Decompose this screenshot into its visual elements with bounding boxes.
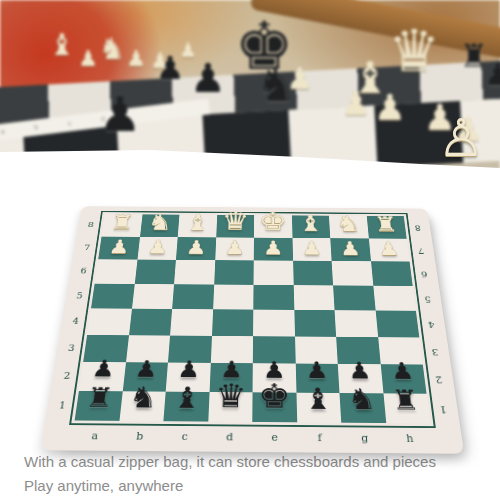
rank-label-4: 4 xyxy=(416,311,447,337)
file-label-d: d xyxy=(207,422,253,452)
piece-white-bishop-f8: ♝ xyxy=(291,209,330,234)
rank-label-6: 6 xyxy=(69,259,99,283)
file-label-a: a xyxy=(70,420,119,450)
piece-black-rook-a1: ♜ xyxy=(76,378,124,412)
rank-label-7: 7 xyxy=(73,236,102,259)
piece-black-king-e1: ♚ xyxy=(252,379,296,413)
rank-label-6: 6 xyxy=(410,262,439,286)
empty-g6 xyxy=(332,263,373,286)
pieces-layer: ♜♞♝♛♚♝♞♜♟♟♟♟♟♟♟♟♟♟♟♟♟♟♟♟♜♞♝♛♚♝♞♜ xyxy=(75,214,431,423)
empty-d4 xyxy=(212,309,254,334)
piece-black-rook-h1: ♜ xyxy=(382,380,429,414)
piece-white-pawn-a7: ♟ xyxy=(99,234,140,256)
empty-c6 xyxy=(174,262,215,285)
rank-label-1: 1 xyxy=(426,393,459,423)
piece-black-queen-d1: ♛ xyxy=(208,379,252,413)
empty-a6 xyxy=(95,261,137,284)
piece-black-pawn-a2: ♟ xyxy=(81,353,127,380)
file-labels: abcdefgh xyxy=(70,420,434,453)
offboard-white-pawn-icon: ♙ xyxy=(438,112,485,164)
rank-label-7: 7 xyxy=(407,238,436,261)
empty-g5 xyxy=(333,286,375,310)
photo-piece-icon: ♟ xyxy=(190,58,226,98)
piece-white-bishop-c8: ♝ xyxy=(178,208,217,233)
piece-white-pawn-b7: ♟ xyxy=(137,234,177,256)
rank-label-8: 8 xyxy=(404,216,432,238)
piece-black-bishop-f1: ♝ xyxy=(296,380,341,414)
piece-black-knight-g1: ♞ xyxy=(339,380,385,414)
piece-white-knight-b8: ♞ xyxy=(140,208,180,233)
empty-f4 xyxy=(294,310,336,335)
rank-label-2: 2 xyxy=(423,365,455,394)
piece-white-king-e8: ♚ xyxy=(254,209,292,234)
board-mat: 87654321 87654321 abcdefgh ♜♞♝♛♚♝♞♜♟♟♟♟♟… xyxy=(40,206,464,454)
photo-piece-icon: ♟ xyxy=(374,90,406,126)
piece-black-knight-b1: ♞ xyxy=(120,378,167,412)
empty-c5 xyxy=(172,285,214,309)
empty-g4 xyxy=(335,310,378,335)
caption-block: With a casual zipper bag, it can store c… xyxy=(24,450,436,498)
piece-black-pawn-c2: ♟ xyxy=(167,353,211,380)
empty-e4 xyxy=(253,310,294,335)
piece-black-pawn-b2: ♟ xyxy=(124,353,169,380)
caption-line-1: With a casual zipper bag, it can store c… xyxy=(24,450,436,474)
empty-h4 xyxy=(375,310,419,335)
rank-label-2: 2 xyxy=(50,362,83,391)
piece-white-rook-h8: ♜ xyxy=(366,210,406,235)
empty-h5 xyxy=(373,286,416,310)
photo-piece-icon: ♝ xyxy=(49,30,76,60)
piece-white-pawn-f7: ♟ xyxy=(292,235,331,257)
piece-black-pawn-g2: ♟ xyxy=(337,354,382,381)
piece-black-pawn-f2: ♟ xyxy=(295,354,339,381)
file-label-f: f xyxy=(297,422,343,452)
piece-white-knight-g8: ♞ xyxy=(329,209,369,234)
empty-b6 xyxy=(134,262,176,285)
empty-e5 xyxy=(253,286,294,310)
empty-d6 xyxy=(214,262,254,285)
piece-black-pawn-h2: ♟ xyxy=(379,355,425,382)
empty-e6 xyxy=(254,263,294,286)
rank-label-5: 5 xyxy=(413,286,443,311)
caption-line-2: Play anytime, anywhere xyxy=(24,474,436,498)
piece-white-pawn-d7: ♟ xyxy=(215,234,254,256)
rank-label-8: 8 xyxy=(76,214,104,236)
empty-a4 xyxy=(87,308,131,333)
photo-piece-icon: ♟ xyxy=(98,90,141,138)
file-label-e: e xyxy=(252,422,298,452)
photo-piece-icon: ♟ xyxy=(78,48,98,70)
empty-a5 xyxy=(91,284,134,308)
rollup-board: 87654321 87654321 abcdefgh ♜♞♝♛♚♝♞♜♟♟♟♟♟… xyxy=(40,206,464,454)
rank-label-3: 3 xyxy=(55,334,87,362)
piece-white-rook-a8: ♜ xyxy=(102,208,143,233)
empty-b4 xyxy=(129,309,172,334)
photo-piece-icon: ♟ xyxy=(287,64,314,94)
piece-white-pawn-e7: ♟ xyxy=(254,235,293,257)
photo-blur-layer: a b c d ♝♟♞♟♟♟♟♟♟♚♞♟♝♟♟♛♜♟♟♟ xyxy=(0,0,500,170)
piece-white-pawn-g7: ♟ xyxy=(330,235,370,257)
piece-white-queen-d8: ♛ xyxy=(216,209,254,234)
photo-piece-icon: ♟ xyxy=(341,86,371,120)
piece-white-pawn-h7: ♟ xyxy=(368,236,409,258)
photo-piece-icon: ♟ xyxy=(485,60,500,90)
photo-piece-icon: ♛ xyxy=(388,22,440,80)
empty-f6 xyxy=(293,263,333,286)
file-label-b: b xyxy=(116,421,164,451)
lifestyle-photo: a b c d ♝♟♞♟♟♟♟♟♟♚♞♟♝♟♟♛♜♟♟♟ xyxy=(0,0,500,170)
piece-black-bishop-c1: ♝ xyxy=(164,379,210,413)
rank-label-3: 3 xyxy=(419,337,451,365)
file-label-c: c xyxy=(161,421,208,451)
product-image: a b c d ♝♟♞♟♟♟♟♟♟♚♞♟♝♟♟♛♜♟♟♟ ♙ 87654321 … xyxy=(0,0,500,500)
photo-piece-icon: ♞ xyxy=(99,34,126,64)
empty-f5 xyxy=(293,286,334,310)
rank-label-1: 1 xyxy=(45,390,79,420)
file-label-g: g xyxy=(341,423,388,453)
photo-piece-icon: ♟ xyxy=(126,48,146,70)
photo-piece-icon: ♟ xyxy=(156,52,185,84)
rank-label-4: 4 xyxy=(60,308,91,334)
piece-white-pawn-c7: ♟ xyxy=(176,234,216,256)
empty-d5 xyxy=(213,285,254,309)
rank-label-5: 5 xyxy=(64,283,94,308)
empty-b5 xyxy=(132,285,174,309)
empty-h6 xyxy=(371,263,413,286)
empty-c4 xyxy=(170,309,213,334)
file-label-h: h xyxy=(386,423,434,453)
